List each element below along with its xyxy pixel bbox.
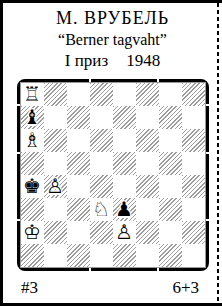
square-c6 [67, 129, 90, 152]
square-a4: ♚ [21, 175, 44, 198]
square-b1 [44, 244, 67, 267]
square-h5 [182, 152, 205, 175]
square-e8 [113, 83, 136, 106]
frame-notch [89, 79, 91, 82]
square-g3 [159, 198, 182, 221]
square-e5 [113, 152, 136, 175]
square-a5 [21, 152, 44, 175]
square-h4 [182, 175, 205, 198]
square-g4 [159, 175, 182, 198]
square-e2: ♙ [113, 221, 136, 244]
prize-label: I приз [65, 51, 108, 70]
year-label: 1948 [126, 51, 160, 70]
frame-notch [206, 104, 209, 106]
square-g6 [159, 129, 182, 152]
chess-board: ♖♝♗♚♙♘♟♔♙ [17, 79, 209, 271]
piece-bK: ♚ [23, 176, 41, 196]
piece-wR: ♖ [23, 84, 41, 104]
square-f7 [136, 106, 159, 129]
frame-notch [89, 268, 91, 271]
square-b8 [44, 83, 67, 106]
piece-wP: ♙ [115, 222, 133, 242]
square-a1 [21, 244, 44, 267]
square-a3 [21, 198, 44, 221]
square-h2 [182, 221, 205, 244]
frame-notch [206, 219, 209, 221]
caption-row: #3 6+3 [3, 278, 222, 298]
square-d3: ♘ [90, 198, 113, 221]
problem-card: М. ВРУБЕЛЬ “Berner tagvaht” I приз1948 ♖… [0, 0, 222, 306]
square-f2 [136, 221, 159, 244]
square-e6 [113, 129, 136, 152]
square-f5 [136, 152, 159, 175]
prize-line: I приз1948 [3, 51, 222, 71]
square-b6 [44, 129, 67, 152]
square-g5 [159, 152, 182, 175]
square-c3 [67, 198, 90, 221]
square-d5 [90, 152, 113, 175]
square-e7 [113, 106, 136, 129]
material-count-label: 6+3 [172, 278, 199, 298]
square-b2 [44, 221, 67, 244]
piece-wN: ♘ [92, 199, 110, 219]
piece-bB: ♝ [23, 107, 41, 127]
square-a7: ♝ [21, 106, 44, 129]
square-c4 [67, 175, 90, 198]
board-frame: ♖♝♗♚♙♘♟♔♙ [17, 79, 209, 271]
square-c7 [67, 106, 90, 129]
square-d2 [90, 221, 113, 244]
square-h3 [182, 198, 205, 221]
piece-wK: ♔ [23, 222, 41, 242]
square-b3 [44, 198, 67, 221]
square-f1 [136, 244, 159, 267]
square-f8 [136, 83, 159, 106]
square-g7 [159, 106, 182, 129]
stipulation-label: #3 [21, 278, 38, 298]
square-c8 [67, 83, 90, 106]
cut-line [217, 3, 219, 306]
square-e3: ♟ [113, 198, 136, 221]
header: М. ВРУБЕЛЬ “Berner tagvaht” I приз1948 [3, 3, 222, 71]
square-d7 [90, 106, 113, 129]
square-e4 [113, 175, 136, 198]
frame-notch [206, 152, 209, 154]
frame-notch [17, 219, 20, 221]
square-d6 [90, 129, 113, 152]
square-g8 [159, 83, 182, 106]
square-g1 [159, 244, 182, 267]
frame-notch [17, 152, 20, 154]
square-h8 [182, 83, 205, 106]
square-c1 [67, 244, 90, 267]
square-c2 [67, 221, 90, 244]
source-title: “Berner tagvaht” [3, 31, 222, 49]
square-g2 [159, 221, 182, 244]
frame-notch [157, 79, 159, 82]
square-b4: ♙ [44, 175, 67, 198]
square-f6 [136, 129, 159, 152]
square-d1 [90, 244, 113, 267]
piece-wB: ♗ [23, 130, 41, 150]
square-a2: ♔ [21, 221, 44, 244]
square-e1 [113, 244, 136, 267]
author-name: М. ВРУБЕЛЬ [3, 8, 222, 29]
square-b7 [44, 106, 67, 129]
piece-bP: ♟ [115, 199, 133, 219]
square-d8 [90, 83, 113, 106]
square-f4 [136, 175, 159, 198]
square-a6: ♗ [21, 129, 44, 152]
frame-notch [157, 268, 159, 271]
square-h1 [182, 244, 205, 267]
square-a8: ♖ [21, 83, 44, 106]
square-f3 [136, 198, 159, 221]
square-b5 [44, 152, 67, 175]
board-grid: ♖♝♗♚♙♘♟♔♙ [20, 82, 206, 268]
square-h6 [182, 129, 205, 152]
square-d4 [90, 175, 113, 198]
square-c5 [67, 152, 90, 175]
square-h7 [182, 106, 205, 129]
piece-wP: ♙ [46, 176, 64, 196]
frame-notch [17, 104, 20, 106]
